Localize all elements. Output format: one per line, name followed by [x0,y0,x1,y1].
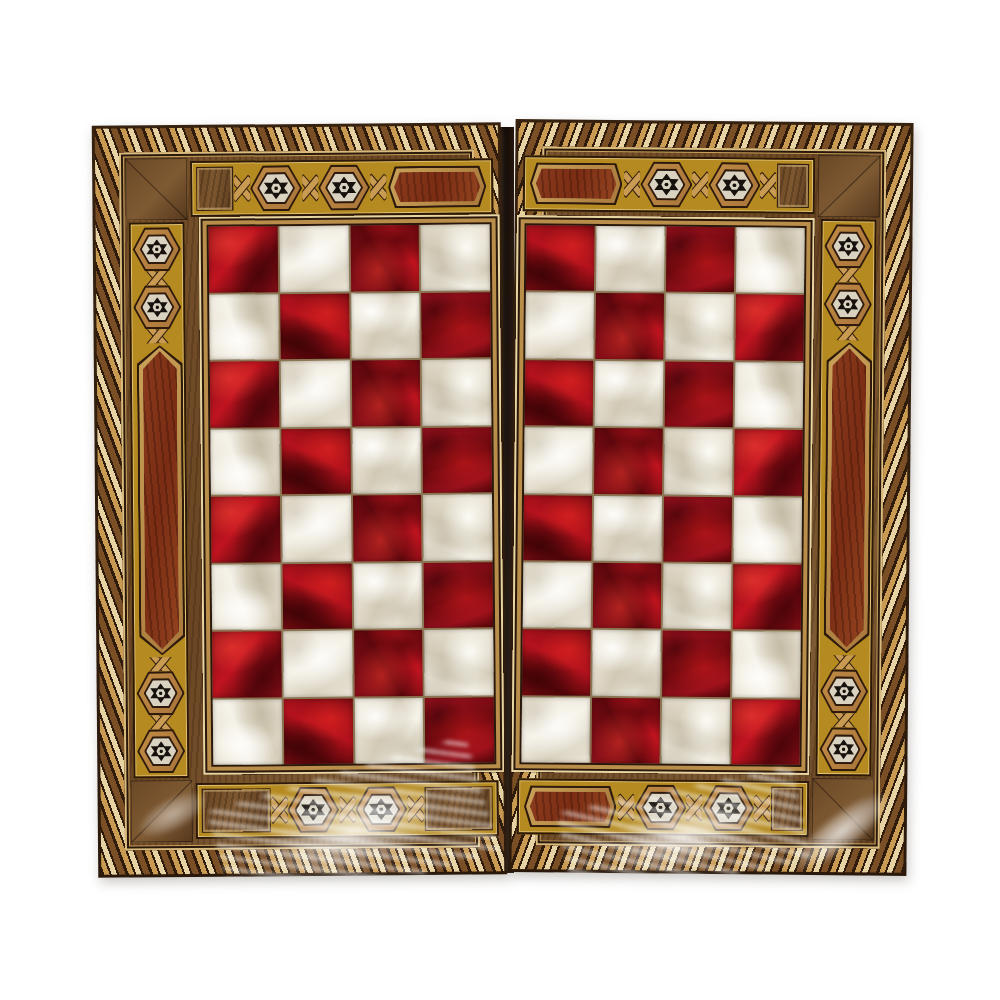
square-h2[interactable] [732,631,801,697]
mosaic-hexagon-medallion [640,161,692,207]
wood-cartouche [137,345,186,655]
square-g2[interactable] [662,631,731,697]
square-f7[interactable] [595,293,664,359]
wood-cartouche [824,342,873,653]
square-b4[interactable] [282,496,351,562]
square-c4[interactable] [352,495,421,561]
mosaic-hexagon-medallion [136,671,184,715]
square-g6[interactable] [665,361,734,427]
x-connector [134,271,180,285]
board-right-half [508,119,913,876]
x-connector [821,713,867,727]
board-photo [0,0,1000,1000]
square-f5[interactable] [594,428,663,494]
square-d3[interactable] [424,562,493,628]
mosaic-hexagon-medallion [287,787,339,833]
square-a4[interactable] [211,496,280,562]
square-e6[interactable] [525,360,594,426]
checkerboard-left-half [209,224,495,764]
square-e4[interactable] [523,495,592,561]
wood-cartouche [524,785,617,828]
checkerboard-right-half-frame [511,215,814,775]
square-c6[interactable] [351,360,420,426]
x-connector [686,785,702,831]
corner-wood [812,778,875,841]
wood-slab [778,165,808,207]
square-a8[interactable] [209,226,278,292]
x-connector [137,657,183,671]
mosaic-hexagon-medallion [133,227,181,271]
square-g8[interactable] [666,227,735,293]
square-h7[interactable] [735,295,804,361]
square-h4[interactable] [733,497,802,563]
square-g7[interactable] [665,294,734,360]
mosaic-hexagon-medallion [133,285,181,329]
square-b3[interactable] [282,563,351,629]
x-connector [692,162,708,208]
x-connector [234,165,250,211]
ornament-strip-side [129,222,190,778]
square-a1[interactable] [213,699,282,765]
ornament-strip-top [523,155,816,214]
square-d8[interactable] [421,224,490,290]
square-c5[interactable] [352,427,421,493]
mosaic-hexagon-medallion [137,729,185,773]
square-g5[interactable] [664,429,733,495]
square-g4[interactable] [663,496,732,562]
square-d2[interactable] [424,629,493,695]
square-e2[interactable] [522,629,591,695]
ornament-strip-side [815,219,876,777]
square-g1[interactable] [661,698,730,764]
wood-slab [425,787,492,830]
square-c8[interactable] [350,225,419,291]
x-connector [135,329,181,343]
square-c7[interactable] [351,292,420,358]
square-e7[interactable] [525,293,594,359]
wood-cartouche [530,162,623,205]
square-a6[interactable] [210,361,279,427]
square-h3[interactable] [733,564,802,630]
square-c1[interactable] [354,697,423,763]
mosaic-hexagon-medallion [819,727,867,771]
x-connector [624,161,640,207]
square-d1[interactable] [425,697,494,763]
square-f6[interactable] [595,361,664,427]
square-h1[interactable] [731,699,800,765]
x-connector [138,715,184,729]
mosaic-hexagon-medallion [634,784,686,830]
x-connector [339,787,355,833]
x-connector [302,165,318,211]
square-a7[interactable] [209,294,278,360]
x-connector [618,784,634,830]
checkerboard-right-half [521,225,804,765]
square-h6[interactable] [735,362,804,428]
square-e3[interactable] [523,562,592,628]
x-connector [821,655,867,669]
x-connector [825,326,871,340]
x-connector [754,785,770,831]
checkerboard-left-half-frame [199,214,505,775]
corner-wood [130,780,193,843]
square-f1[interactable] [591,697,660,763]
square-a3[interactable] [212,564,281,630]
x-connector [370,164,386,210]
mosaic-hexagon-medallion [820,669,868,713]
square-f2[interactable] [592,630,661,696]
corner-wood [818,155,881,218]
square-e5[interactable] [524,427,593,493]
square-b7[interactable] [280,293,349,359]
square-d6[interactable] [422,359,491,425]
ornament-strip-bottom [195,780,498,839]
square-c3[interactable] [353,562,422,628]
square-b8[interactable] [279,226,348,292]
wood-cartouche [388,165,487,208]
square-b5[interactable] [281,428,350,494]
square-b6[interactable] [281,361,350,427]
mosaic-hexagon-medallion [318,164,370,210]
square-f3[interactable] [593,563,662,629]
mosaic-hexagon-medallion [824,282,872,326]
mosaic-hexagon-medallion [250,165,302,211]
x-connector [825,268,871,282]
mosaic-hexagon-medallion [355,786,407,832]
ornament-strip-top [190,158,493,217]
x-connector [407,786,423,832]
wood-slab [203,789,270,832]
square-f4[interactable] [593,495,662,561]
board-left-half [92,122,508,878]
mosaic-hexagon-medallion [708,162,760,208]
square-a5[interactable] [210,429,279,495]
wood-slab [197,168,232,210]
square-c2[interactable] [354,630,423,696]
corner-wood [125,158,188,221]
square-h5[interactable] [734,429,803,495]
square-a2[interactable] [212,631,281,697]
square-d7[interactable] [421,292,490,358]
square-d5[interactable] [423,427,492,493]
square-h8[interactable] [736,227,805,293]
mosaic-hexagon-medallion [824,224,872,268]
ornament-strip-bottom [517,778,810,837]
wood-slab [772,788,802,830]
x-connector [271,787,287,833]
square-e8[interactable] [526,225,595,291]
x-connector [760,162,776,208]
mosaic-hexagon-medallion [702,785,754,831]
square-d4[interactable] [423,494,492,560]
square-b2[interactable] [283,631,352,697]
square-b1[interactable] [283,698,352,764]
square-g3[interactable] [663,563,732,629]
square-e1[interactable] [521,697,590,763]
square-f8[interactable] [596,226,665,292]
